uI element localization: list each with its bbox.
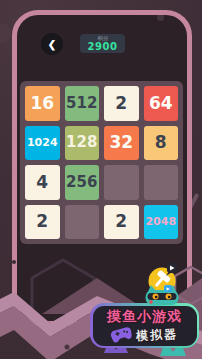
empty-cell [104, 165, 139, 200]
camera-dot [157, 14, 164, 21]
tile-64: 64 [144, 86, 179, 121]
play-chip-icon: ▶ [164, 285, 172, 292]
tile-32: 32 [104, 126, 139, 161]
back-button[interactable]: ❮ [41, 33, 63, 55]
badge-subtitle: 模拟器 [136, 325, 179, 344]
score-label: 积分 [97, 35, 108, 40]
badge-title: 摸鱼小游戏 [107, 308, 182, 326]
tile-4: 4 [25, 165, 60, 200]
tile-8: 8 [144, 126, 179, 161]
tile-16: 16 [25, 86, 60, 121]
dot-decor-1 [65, 345, 70, 350]
background-circle-decor [0, 23, 11, 43]
tile-128: 128 [65, 126, 100, 161]
gamepad-icon [109, 325, 133, 344]
empty-cell [65, 205, 100, 240]
tile-2: 2 [104, 86, 139, 121]
tile-1024: 1024 [25, 126, 60, 161]
tile-2: 2 [25, 205, 60, 240]
phone-frame: ❮ 积分 2900 1651226410241283284256222048 [12, 10, 192, 326]
score-box: 积分 2900 [80, 34, 125, 53]
back-chevron-icon: ❮ [48, 39, 56, 50]
watermark-badge: 摸鱼小游戏 模拟器 [90, 303, 199, 348]
watermark-badge-inner: 摸鱼小游戏 模拟器 [93, 306, 197, 346]
board-grid[interactable]: 1651226410241283284256222048 [20, 81, 183, 244]
screenshot-root: ❮ 积分 2900 1651226410241283284256222048 [0, 0, 202, 359]
tile-512: 512 [65, 86, 100, 121]
empty-cell [144, 165, 179, 200]
cat-mascot-icon [144, 285, 180, 305]
tile-2: 2 [104, 205, 139, 240]
tile-256: 256 [65, 165, 100, 200]
tile-2048: 2048 [144, 205, 179, 240]
score-value: 2900 [88, 42, 118, 52]
